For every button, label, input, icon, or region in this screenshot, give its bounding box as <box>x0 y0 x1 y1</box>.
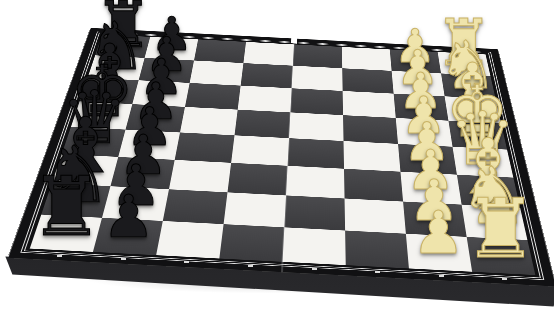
square-c3 <box>344 169 403 202</box>
square-c6 <box>169 160 231 192</box>
square-d4 <box>288 138 344 169</box>
square-a4 <box>283 227 346 265</box>
square-d5 <box>231 135 289 165</box>
square-b5 <box>224 192 286 227</box>
square-f4 <box>290 88 343 115</box>
coordinate-mark <box>248 265 253 267</box>
square-d3 <box>344 141 401 172</box>
hinge-gap <box>291 38 297 44</box>
square-c4 <box>286 166 345 199</box>
square-g3 <box>342 68 393 93</box>
coordinate-mark <box>502 278 507 280</box>
square-f5 <box>238 86 292 113</box>
square-b3 <box>345 198 406 233</box>
square-f6 <box>185 83 241 110</box>
coordinate-mark <box>121 258 126 260</box>
piece-black-rook-a8: ♜ <box>26 166 108 248</box>
coordinate-mark <box>375 271 380 273</box>
coordinate-mark <box>439 275 444 277</box>
square-a5 <box>219 224 284 262</box>
square-e4 <box>289 112 344 141</box>
square-c5 <box>227 163 287 196</box>
coordinate-mark <box>57 255 62 257</box>
square-d6 <box>175 132 235 162</box>
piece-black-pawn-a7: ♟ <box>99 188 158 247</box>
square-a6 <box>156 221 223 259</box>
square-g6 <box>190 60 244 85</box>
piece-white-rook-a1: ♜ <box>459 188 541 270</box>
square-h3 <box>342 47 392 71</box>
square-h6 <box>194 39 246 63</box>
square-h4 <box>293 44 342 68</box>
square-g5 <box>241 63 293 88</box>
square-g4 <box>292 66 343 91</box>
coordinate-mark <box>184 261 189 263</box>
square-b4 <box>284 195 345 230</box>
chess-set-photo: ♜♞♝♚♛♝♞♜♟♟♟♟♟♟♟♟♟♟♟♟♟♟♟♟♜♞♝♚♛♝♞♜ <box>0 0 554 309</box>
square-e5 <box>235 110 291 139</box>
square-b6 <box>163 189 228 224</box>
square-f3 <box>343 91 396 118</box>
square-e6 <box>180 107 238 135</box>
square-a3 <box>345 231 409 269</box>
coordinate-mark <box>312 268 317 270</box>
square-e3 <box>343 115 398 144</box>
square-h5 <box>243 42 294 66</box>
